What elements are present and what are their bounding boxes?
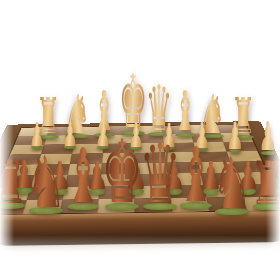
chess-set-photo[interactable]: ♜♞♝♚♛♝♞♜♟♟♟♟♟♟♟♟♟♟♟♟♟♟♟♟♜♞♝♚♛♝♞♜ <box>0 0 280 280</box>
piece-black-knight-g8[interactable]: ♞ <box>46 211 87 249</box>
piece-black-knight-b8[interactable]: ♞ <box>232 212 273 250</box>
piece-black-queen-d8[interactable]: ♛ <box>160 207 201 245</box>
pieces-layer: ♜♞♝♚♛♝♞♜♟♟♟♟♟♟♟♟♟♟♟♟♟♟♟♟♜♞♝♚♛♝♞♜ <box>0 0 280 280</box>
